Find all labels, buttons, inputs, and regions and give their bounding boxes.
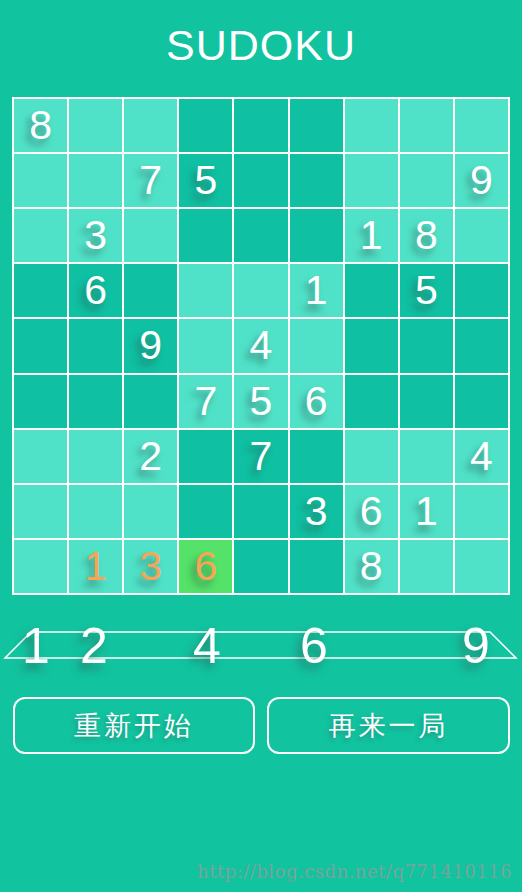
sudoku-board: 8759318615947562743611368 bbox=[12, 97, 510, 595]
cell-r1c1[interactable]: 8 bbox=[14, 99, 67, 152]
number-bar-digit-2[interactable]: 2 bbox=[80, 620, 108, 672]
given-digit: 3 bbox=[305, 488, 328, 535]
cell-r9c7[interactable]: 8 bbox=[345, 540, 398, 593]
cell-r3c5[interactable] bbox=[234, 209, 287, 262]
cell-r2c6[interactable] bbox=[290, 154, 343, 207]
cell-r5c5[interactable]: 4 bbox=[234, 319, 287, 372]
cell-r6c9[interactable] bbox=[455, 375, 508, 428]
cell-r1c4[interactable] bbox=[179, 99, 232, 152]
cell-r7c2[interactable] bbox=[69, 430, 122, 483]
cell-r3c1[interactable] bbox=[14, 209, 67, 262]
cell-r4c4[interactable] bbox=[179, 264, 232, 317]
given-digit: 8 bbox=[415, 212, 438, 259]
cell-r5c2[interactable] bbox=[69, 319, 122, 372]
given-digit: 8 bbox=[360, 543, 383, 590]
cell-r9c2[interactable]: 1 bbox=[69, 540, 122, 593]
cell-r5c6[interactable] bbox=[290, 319, 343, 372]
watermark-url: http://blog.csdn.net/q771410116 bbox=[197, 861, 512, 882]
cell-r6c4[interactable]: 7 bbox=[179, 375, 232, 428]
cell-r3c8[interactable]: 8 bbox=[400, 209, 453, 262]
given-digit: 7 bbox=[139, 157, 162, 204]
given-digit: 6 bbox=[84, 267, 107, 314]
cell-r1c9[interactable] bbox=[455, 99, 508, 152]
given-digit: 1 bbox=[305, 267, 328, 314]
cell-r3c6[interactable] bbox=[290, 209, 343, 262]
cell-r5c9[interactable] bbox=[455, 319, 508, 372]
number-bar-digit-4[interactable]: 4 bbox=[193, 620, 221, 672]
restart-button[interactable]: 重新开始 bbox=[13, 697, 255, 754]
cell-r5c4[interactable] bbox=[179, 319, 232, 372]
given-digit: 3 bbox=[84, 212, 107, 259]
cell-r4c2[interactable]: 6 bbox=[69, 264, 122, 317]
user-digit: 6 bbox=[194, 543, 217, 590]
cell-r7c4[interactable] bbox=[179, 430, 232, 483]
number-bar-digit-1[interactable]: 1 bbox=[22, 620, 50, 672]
given-digit: 5 bbox=[415, 267, 438, 314]
cell-r3c7[interactable]: 1 bbox=[345, 209, 398, 262]
cell-r4c1[interactable] bbox=[14, 264, 67, 317]
cell-r2c3[interactable]: 7 bbox=[124, 154, 177, 207]
given-digit: 4 bbox=[470, 433, 493, 480]
cell-r5c1[interactable] bbox=[14, 319, 67, 372]
given-digit: 9 bbox=[470, 157, 493, 204]
cell-r2c9[interactable]: 9 bbox=[455, 154, 508, 207]
cell-r9c4[interactable]: 6 bbox=[179, 540, 232, 593]
user-digit: 3 bbox=[139, 543, 162, 590]
cell-r6c1[interactable] bbox=[14, 375, 67, 428]
cell-r8c8[interactable]: 1 bbox=[400, 485, 453, 538]
new-game-button[interactable]: 再来一局 bbox=[267, 697, 510, 754]
cell-r4c9[interactable] bbox=[455, 264, 508, 317]
given-digit: 1 bbox=[360, 212, 383, 259]
cell-r7c3[interactable]: 2 bbox=[124, 430, 177, 483]
cell-r7c8[interactable] bbox=[400, 430, 453, 483]
cell-r9c1[interactable] bbox=[14, 540, 67, 593]
cell-r4c3[interactable] bbox=[124, 264, 177, 317]
cell-r3c3[interactable] bbox=[124, 209, 177, 262]
cell-r1c5[interactable] bbox=[234, 99, 287, 152]
cell-r7c5[interactable]: 7 bbox=[234, 430, 287, 483]
cell-r5c3[interactable]: 9 bbox=[124, 319, 177, 372]
cell-r5c8[interactable] bbox=[400, 319, 453, 372]
cell-r3c2[interactable]: 3 bbox=[69, 209, 122, 262]
cell-r3c9[interactable] bbox=[455, 209, 508, 262]
cell-r4c6[interactable]: 1 bbox=[290, 264, 343, 317]
cell-r2c4[interactable]: 5 bbox=[179, 154, 232, 207]
cell-r6c6[interactable]: 6 bbox=[290, 375, 343, 428]
cell-r1c3[interactable] bbox=[124, 99, 177, 152]
cell-r7c6[interactable] bbox=[290, 430, 343, 483]
cell-r7c1[interactable] bbox=[14, 430, 67, 483]
page-title: SUDOKU bbox=[0, 16, 522, 74]
cell-r6c3[interactable] bbox=[124, 375, 177, 428]
given-digit: 6 bbox=[305, 378, 328, 425]
cell-r2c8[interactable] bbox=[400, 154, 453, 207]
cell-r8c1[interactable] bbox=[14, 485, 67, 538]
cell-r4c8[interactable]: 5 bbox=[400, 264, 453, 317]
cell-r8c2[interactable] bbox=[69, 485, 122, 538]
number-bar-digit-9[interactable]: 9 bbox=[462, 620, 490, 672]
cell-r9c6[interactable] bbox=[290, 540, 343, 593]
cell-r8c4[interactable] bbox=[179, 485, 232, 538]
number-picker-bar: 1 2 4 6 9 bbox=[0, 610, 522, 664]
given-digit: 2 bbox=[139, 433, 162, 480]
number-bar-trapezoid-outline bbox=[0, 610, 522, 664]
cell-r9c5[interactable] bbox=[234, 540, 287, 593]
cell-r7c7[interactable] bbox=[345, 430, 398, 483]
cell-r8c6[interactable]: 3 bbox=[290, 485, 343, 538]
given-digit: 5 bbox=[250, 378, 273, 425]
cell-r2c1[interactable] bbox=[14, 154, 67, 207]
given-digit: 4 bbox=[250, 322, 273, 369]
cell-r6c7[interactable] bbox=[345, 375, 398, 428]
cell-r7c9[interactable]: 4 bbox=[455, 430, 508, 483]
cell-r1c2[interactable] bbox=[69, 99, 122, 152]
cell-r9c9[interactable] bbox=[455, 540, 508, 593]
given-digit: 6 bbox=[360, 488, 383, 535]
cell-r8c7[interactable]: 6 bbox=[345, 485, 398, 538]
cell-r1c7[interactable] bbox=[345, 99, 398, 152]
cell-r9c3[interactable]: 3 bbox=[124, 540, 177, 593]
cell-r6c2[interactable] bbox=[69, 375, 122, 428]
given-digit: 8 bbox=[29, 102, 52, 149]
given-digit: 9 bbox=[139, 322, 162, 369]
cell-r4c7[interactable] bbox=[345, 264, 398, 317]
cell-r1c8[interactable] bbox=[400, 99, 453, 152]
given-digit: 7 bbox=[250, 433, 273, 480]
cell-r5c7[interactable] bbox=[345, 319, 398, 372]
cell-r8c9[interactable] bbox=[455, 485, 508, 538]
cell-r8c3[interactable] bbox=[124, 485, 177, 538]
number-bar-digit-6[interactable]: 6 bbox=[300, 620, 328, 672]
cell-r2c2[interactable] bbox=[69, 154, 122, 207]
cell-r2c7[interactable] bbox=[345, 154, 398, 207]
cell-r6c5[interactable]: 5 bbox=[234, 375, 287, 428]
cell-r9c8[interactable] bbox=[400, 540, 453, 593]
user-digit: 1 bbox=[84, 543, 107, 590]
cell-r4c5[interactable] bbox=[234, 264, 287, 317]
cell-r2c5[interactable] bbox=[234, 154, 287, 207]
cell-r1c6[interactable] bbox=[290, 99, 343, 152]
given-digit: 5 bbox=[194, 157, 217, 204]
given-digit: 1 bbox=[415, 488, 438, 535]
cell-r6c8[interactable] bbox=[400, 375, 453, 428]
cell-r8c5[interactable] bbox=[234, 485, 287, 538]
cell-r3c4[interactable] bbox=[179, 209, 232, 262]
given-digit: 7 bbox=[194, 378, 217, 425]
